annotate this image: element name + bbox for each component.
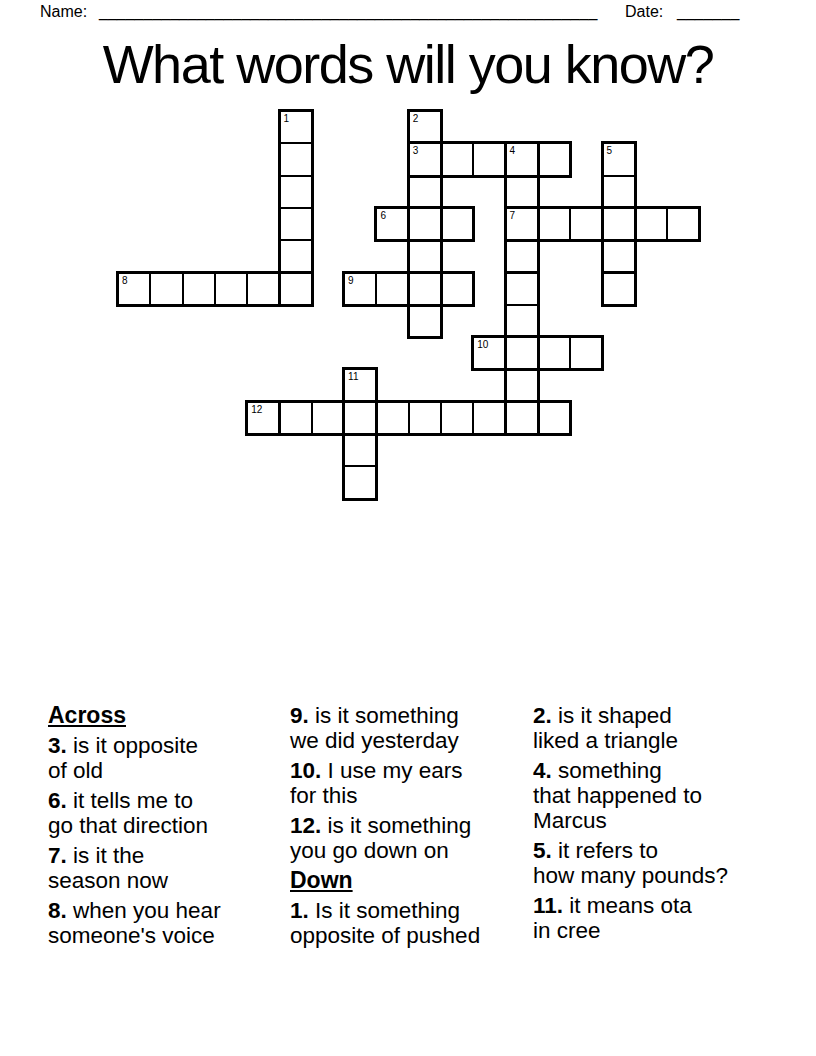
clue-line: 9. is it something: [290, 703, 535, 728]
clue-line: how many pounds?: [533, 863, 778, 888]
clue-line: 10. I use my ears: [290, 758, 535, 783]
cell-number-7: 7: [510, 210, 516, 221]
grid-cell-r2-c5[interactable]: [279, 175, 313, 209]
cell-number-6: 6: [380, 210, 386, 221]
grid-cell-r9-c12[interactable]: [505, 401, 539, 435]
cell-number-11: 11: [348, 371, 358, 382]
grid-cell-r9-c10[interactable]: [440, 401, 474, 435]
clue-line: go that direction: [48, 813, 293, 838]
grid-cell-r1-c10[interactable]: [440, 142, 474, 176]
name-blank-line: ________________________________________…: [99, 2, 597, 22]
grid-cell-r2-c12[interactable]: [505, 175, 539, 209]
grid-cell-r3-c17[interactable]: [666, 207, 700, 241]
clue-line: 1. Is it something: [290, 898, 535, 923]
clue-1: 1. Is it somethingopposite of pushed: [290, 898, 535, 948]
grid-cell-r9-c11[interactable]: [472, 401, 506, 435]
clue-line: 5. it refers to: [533, 838, 778, 863]
grid-cell-r9-c6[interactable]: [311, 401, 345, 435]
grid-cell-r7-c11[interactable]: 10: [472, 336, 506, 370]
grid-cell-r3-c8[interactable]: 6: [375, 207, 409, 241]
grid-cell-r3-c10[interactable]: [440, 207, 474, 241]
clue-9: 9. is it somethingwe did yesterday: [290, 703, 535, 753]
clue-column-3: 2. is it shapedliked a triangle4. someth…: [533, 703, 778, 948]
cell-number-5: 5: [607, 145, 613, 156]
clue-line: someone's voice: [48, 923, 293, 948]
cell-number-8: 8: [122, 275, 128, 286]
grid-cell-r3-c12[interactable]: 7: [505, 207, 539, 241]
grid-cell-r0-c9[interactable]: 2: [408, 110, 442, 144]
clue-line: season now: [48, 868, 293, 893]
clue-number: 5.: [533, 838, 552, 863]
clue-line: 7. is it the: [48, 843, 293, 868]
grid-cell-r5-c0[interactable]: 8: [117, 272, 151, 306]
cell-number-9: 9: [348, 275, 354, 286]
clue-12: 12. is it somethingyou go down on: [290, 813, 535, 863]
clue-number: 7.: [48, 843, 67, 868]
grid-cell-r1-c15[interactable]: 5: [602, 142, 636, 176]
clue-4: 4. somethingthat happened toMarcus: [533, 758, 778, 833]
grid-cell-r4-c9[interactable]: [408, 239, 442, 273]
grid-cell-r3-c9[interactable]: [408, 207, 442, 241]
grid-cell-r7-c13[interactable]: [537, 336, 571, 370]
grid-cell-r7-c12[interactable]: [505, 336, 539, 370]
clue-line: of old: [48, 758, 293, 783]
grid-cell-r8-c12[interactable]: [505, 368, 539, 402]
grid-cell-r4-c5[interactable]: [279, 239, 313, 273]
cell-number-1: 1: [284, 113, 290, 124]
grid-cell-r4-c15[interactable]: [602, 239, 636, 273]
clue-8: 8. when you hearsomeone's voice: [48, 898, 293, 948]
clue-10: 10. I use my earsfor this: [290, 758, 535, 808]
grid-cell-r2-c9[interactable]: [408, 175, 442, 209]
grid-cell-r4-c12[interactable]: [505, 239, 539, 273]
clue-6: 6. it tells me togo that direction: [48, 788, 293, 838]
clue-line: liked a triangle: [533, 728, 778, 753]
grid-cell-r5-c8[interactable]: [375, 272, 409, 306]
grid-cell-r5-c9[interactable]: [408, 272, 442, 306]
grid-cell-r11-c7[interactable]: [343, 465, 377, 499]
clue-line: we did yesterday: [290, 728, 535, 753]
grid-cell-r9-c4[interactable]: 12: [246, 401, 280, 435]
grid-cell-r5-c4[interactable]: [246, 272, 280, 306]
grid-cell-r10-c7[interactable]: [343, 433, 377, 467]
clue-7: 7. is it theseason now: [48, 843, 293, 893]
grid-cell-r2-c15[interactable]: [602, 175, 636, 209]
grid-cell-r7-c14[interactable]: [569, 336, 603, 370]
grid-cell-r5-c1[interactable]: [149, 272, 183, 306]
grid-cell-r1-c13[interactable]: [537, 142, 571, 176]
cell-number-4: 4: [510, 145, 516, 156]
grid-cell-r9-c5[interactable]: [279, 401, 313, 435]
worksheet-title: What words will you know?: [0, 34, 816, 94]
clue-line: opposite of pushed: [290, 923, 535, 948]
grid-cell-r3-c5[interactable]: [279, 207, 313, 241]
grid-cell-r5-c15[interactable]: [602, 272, 636, 306]
grid-cell-r8-c7[interactable]: 11: [343, 368, 377, 402]
clue-line: in cree: [533, 918, 778, 943]
clue-number: 1.: [290, 898, 309, 923]
clue-line: 12. is it something: [290, 813, 535, 838]
grid-cell-r9-c9[interactable]: [408, 401, 442, 435]
across-heading: Across: [48, 703, 293, 728]
date-blank-line: _______: [677, 2, 739, 22]
clue-line: 3. is it opposite: [48, 733, 293, 758]
date-label: Date:: [625, 2, 663, 22]
clue-number: 11.: [533, 893, 563, 918]
clue-line: 8. when you hear: [48, 898, 293, 923]
grid-cell-r3-c15[interactable]: [602, 207, 636, 241]
grid-cell-r5-c10[interactable]: [440, 272, 474, 306]
grid-cell-r3-c16[interactable]: [634, 207, 668, 241]
grid-cell-r5-c2[interactable]: [182, 272, 216, 306]
clue-line: Marcus: [533, 808, 778, 833]
clue-line: that happened to: [533, 783, 778, 808]
grid-cell-r9-c8[interactable]: [375, 401, 409, 435]
grid-cell-r1-c12[interactable]: 4: [505, 142, 539, 176]
grid-cell-r1-c11[interactable]: [472, 142, 506, 176]
clue-3: 3. is it oppositeof old: [48, 733, 293, 783]
grid-cell-r3-c14[interactable]: [569, 207, 603, 241]
grid-cell-r5-c5[interactable]: [279, 272, 313, 306]
grid-cell-r1-c5[interactable]: [279, 142, 313, 176]
clue-line: 6. it tells me to: [48, 788, 293, 813]
clue-number: 10.: [290, 758, 321, 783]
grid-cell-r1-c9[interactable]: 3: [408, 142, 442, 176]
grid-cell-r5-c7[interactable]: 9: [343, 272, 377, 306]
clue-11: 11. it means otain cree: [533, 893, 778, 943]
clue-column-2: 9. is it somethingwe did yesterday10. I …: [290, 703, 535, 953]
down-heading: Down: [290, 868, 535, 893]
clue-number: 12.: [290, 813, 321, 838]
clue-line: 11. it means ota: [533, 893, 778, 918]
clue-line: for this: [290, 783, 535, 808]
clue-2: 2. is it shapedliked a triangle: [533, 703, 778, 753]
grid-cell-r5-c3[interactable]: [214, 272, 248, 306]
name-label: Name:: [40, 2, 87, 22]
cell-number-10: 10: [477, 339, 488, 350]
grid-cell-r3-c13[interactable]: [537, 207, 571, 241]
grid-cell-r9-c7[interactable]: [343, 401, 377, 435]
grid-cell-r5-c12[interactable]: [505, 272, 539, 306]
cell-number-3: 3: [413, 145, 419, 156]
clue-line: you go down on: [290, 838, 535, 863]
grid-cell-r6-c12[interactable]: [505, 304, 539, 338]
clue-line: 4. something: [533, 758, 778, 783]
cell-number-2: 2: [413, 113, 419, 124]
grid-cell-r9-c13[interactable]: [537, 401, 571, 435]
cell-number-12: 12: [251, 404, 262, 415]
clue-number: 6.: [48, 788, 67, 813]
grid-cell-r0-c5[interactable]: 1: [279, 110, 313, 144]
grid-cell-r6-c9[interactable]: [408, 304, 442, 338]
clue-5: 5. it refers tohow many pounds?: [533, 838, 778, 888]
clue-number: 2.: [533, 703, 552, 728]
clue-number: 3.: [48, 733, 67, 758]
clue-column-1: Across3. is it oppositeof old6. it tells…: [48, 703, 293, 953]
clue-number: 8.: [48, 898, 67, 923]
crossword-grid: 123475689101112: [117, 110, 703, 502]
clue-line: 2. is it shaped: [533, 703, 778, 728]
clue-number: 9.: [290, 703, 309, 728]
clue-number: 4.: [533, 758, 552, 783]
